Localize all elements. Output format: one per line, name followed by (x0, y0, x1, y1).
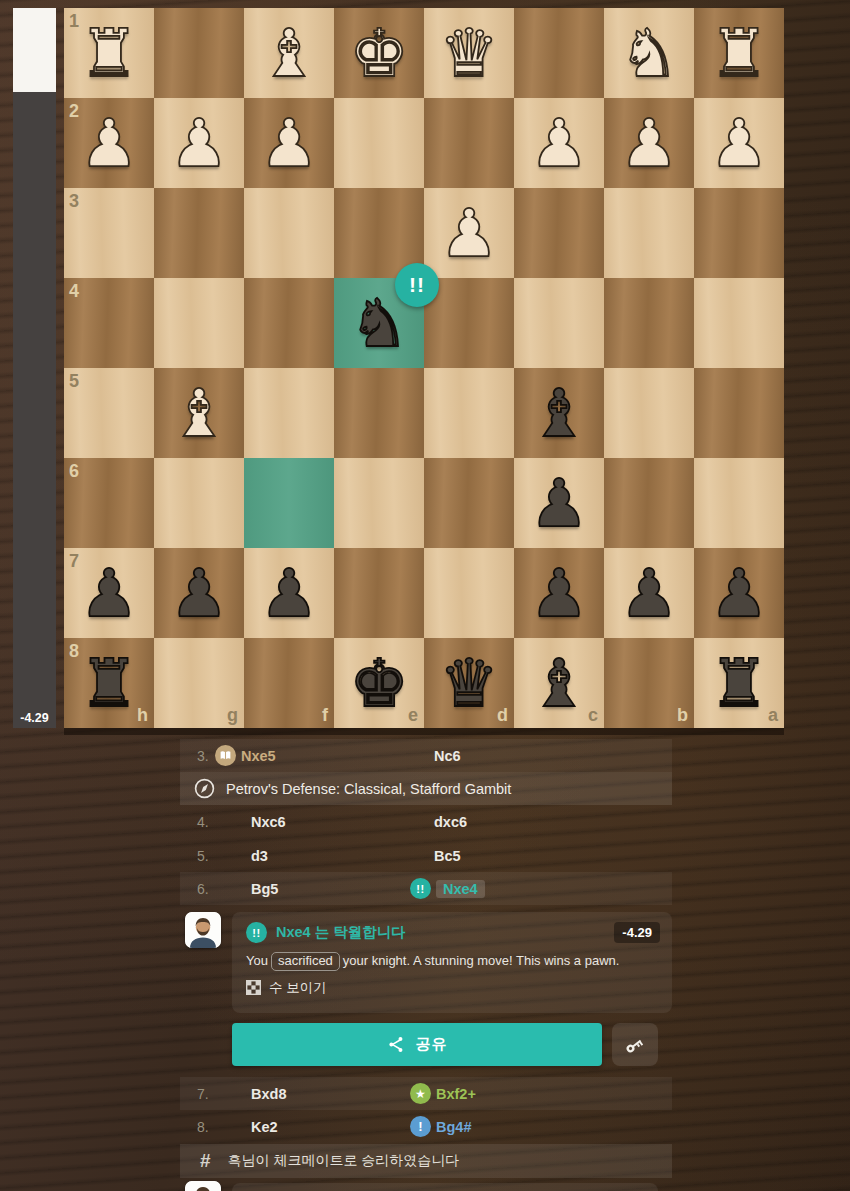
san-text: dxc6 (434, 814, 467, 830)
square-h4[interactable]: 4 (64, 278, 154, 368)
rank-label-3: 3 (69, 192, 79, 210)
black-move-Bg4#[interactable]: !Bg4# (410, 1116, 672, 1137)
san-text: Bg4# (436, 1119, 471, 1135)
square-c3[interactable] (514, 188, 604, 278)
square-f4[interactable] (244, 278, 334, 368)
san-text: Bc5 (434, 848, 461, 864)
next-comment-card-partial (232, 1183, 658, 1191)
brilliant-move-badge: !! (395, 263, 439, 307)
square-e2[interactable] (334, 98, 424, 188)
checkmate-hash-icon: # (200, 1150, 211, 1172)
square-b6[interactable] (604, 458, 694, 548)
white-move-Ke2[interactable]: Ke2 (215, 1119, 410, 1135)
san-text: Nxe4 (436, 880, 485, 898)
white-queen: ♛ (424, 8, 514, 98)
square-h2[interactable]: 2♟ (64, 98, 154, 188)
square-f1[interactable]: ♝ (244, 8, 334, 98)
move-number: 6. (180, 881, 215, 897)
rank-label-6: 6 (69, 462, 79, 480)
square-d2[interactable] (424, 98, 514, 188)
square-g3[interactable] (154, 188, 244, 278)
square-h7[interactable]: 7♟ (64, 548, 154, 638)
square-g5[interactable]: ♝ (154, 368, 244, 458)
evaluation-score: -4.29 (13, 711, 56, 725)
white-bishop: ♝ (244, 8, 334, 98)
black-move-Bxf2+[interactable]: ★Bxf2+ (410, 1083, 672, 1104)
rank-label-4: 4 (69, 282, 79, 300)
square-f2[interactable]: ♟ (244, 98, 334, 188)
square-b7[interactable]: ♟ (604, 548, 694, 638)
square-b5[interactable] (604, 368, 694, 458)
file-label-b: b (677, 706, 688, 724)
black-rook: ♜ (64, 638, 154, 728)
file-label-f: f (322, 706, 328, 724)
white-move-Bxd8[interactable]: Bxd8 (215, 1086, 410, 1102)
sacrificed-term[interactable]: sacrificed (271, 952, 340, 971)
square-a8[interactable]: a♜ (694, 638, 784, 728)
square-c1[interactable] (514, 8, 604, 98)
square-f8[interactable]: f (244, 638, 334, 728)
white-pawn: ♟ (154, 98, 244, 188)
board-bottom-edge (64, 728, 784, 735)
square-g6[interactable] (154, 458, 244, 548)
share-button[interactable]: 공유 (232, 1023, 602, 1066)
san-text: Nc6 (434, 748, 461, 764)
square-c2[interactable]: ♟ (514, 98, 604, 188)
key-icon (620, 1029, 651, 1060)
square-c8[interactable]: c♝ (514, 638, 604, 728)
comment-body: Yousacrificedyour knight. A stunning mov… (246, 952, 658, 971)
move-number: 4. (180, 814, 215, 830)
square-h8[interactable]: 8h♜ (64, 638, 154, 728)
square-g1[interactable] (154, 8, 244, 98)
white-knight: ♞ (604, 8, 694, 98)
move-number: 5. (180, 848, 215, 864)
square-h1[interactable]: 1♜ (64, 8, 154, 98)
square-d6[interactable] (424, 458, 514, 548)
black-pawn: ♟ (244, 548, 334, 638)
square-f6[interactable] (244, 458, 334, 548)
share-label: 공유 (416, 1035, 448, 1054)
move-number: 3. (180, 748, 215, 764)
square-b4[interactable] (604, 278, 694, 368)
move-row-7: 7.Bxd8★Bxf2+ (180, 1077, 672, 1110)
white-pawn: ♟ (604, 98, 694, 188)
square-b3[interactable] (604, 188, 694, 278)
square-e7[interactable] (334, 548, 424, 638)
square-d5[interactable] (424, 368, 514, 458)
square-a1[interactable]: ♜ (694, 8, 784, 98)
square-c5[interactable]: ♝ (514, 368, 604, 458)
white-move-d3[interactable]: d3 (215, 848, 410, 864)
comment-text-after: your knight. A stunning move! This wins … (343, 953, 620, 968)
square-a3[interactable] (694, 188, 784, 278)
san-text: Nxe5 (241, 748, 276, 764)
black-king: ♚ (334, 638, 424, 728)
square-h6[interactable]: 6 (64, 458, 154, 548)
white-move-Nxe5[interactable]: Nxe5 (215, 745, 410, 766)
square-e1[interactable]: ♚ (334, 8, 424, 98)
move-row-4: 4.Nxc6dxc6 (180, 805, 672, 838)
evaluation-bar-white-portion (13, 8, 56, 92)
game-result-text: 흑님이 체크메이트로 승리하였습니다 (228, 1152, 460, 1170)
square-g4[interactable] (154, 278, 244, 368)
black-pawn: ♟ (154, 548, 244, 638)
white-pawn: ♟ (514, 98, 604, 188)
black-move-dxc6[interactable]: dxc6 (410, 814, 672, 830)
great-icon: ! (410, 1116, 431, 1137)
square-a5[interactable] (694, 368, 784, 458)
square-g8[interactable]: g (154, 638, 244, 728)
key-button[interactable] (612, 1023, 658, 1066)
black-move-Nc6[interactable]: Nc6 (410, 748, 672, 764)
square-c7[interactable]: ♟ (514, 548, 604, 638)
coach-avatar-partial (185, 1181, 221, 1191)
square-d3[interactable]: ♟ (424, 188, 514, 278)
rank-label-5: 5 (69, 372, 79, 390)
black-pawn: ♟ (694, 548, 784, 638)
compass-icon (193, 777, 216, 800)
opening-name: Petrov's Defense: Classical, Stafford Ga… (226, 781, 511, 797)
black-rook: ♜ (694, 638, 784, 728)
san-text: Bg5 (251, 881, 278, 897)
brilliant-icon: !! (410, 878, 431, 899)
brilliant-badge-icon: !! (246, 922, 267, 943)
move-number: 7. (180, 1086, 215, 1102)
square-h5[interactable]: 5 (64, 368, 154, 458)
san-text: d3 (251, 848, 268, 864)
show-moves-link[interactable]: 수 보이기 (246, 979, 658, 997)
white-rook: ♜ (64, 8, 154, 98)
move-row-3: 3.Nxe5Nc6 (180, 739, 672, 772)
move-row-5: 5.d3Bc5 (180, 839, 672, 872)
square-c4[interactable] (514, 278, 604, 368)
file-label-g: g (227, 706, 238, 724)
coach-comment-card: !! Nxe4 는 탁월합니다 -4.29 Yousacrificedyour … (232, 912, 672, 1013)
evaluation-bar: -4.29 (13, 8, 56, 728)
square-g7[interactable]: ♟ (154, 548, 244, 638)
white-bishop: ♝ (154, 368, 244, 458)
black-pawn: ♟ (604, 548, 694, 638)
black-pawn: ♟ (514, 458, 604, 548)
game-result-row: # 흑님이 체크메이트로 승리하였습니다 (180, 1144, 672, 1178)
square-a2[interactable]: ♟ (694, 98, 784, 188)
square-d7[interactable] (424, 548, 514, 638)
white-king: ♚ (334, 8, 424, 98)
share-icon (387, 1035, 406, 1054)
san-text: Nxc6 (251, 814, 286, 830)
white-move-Bg5[interactable]: Bg5 (215, 881, 410, 897)
square-b1[interactable]: ♞ (604, 8, 694, 98)
comment-title: Nxe4 는 탁월합니다 (276, 923, 406, 942)
move-row-8: 8.Ke2!Bg4# (180, 1110, 672, 1143)
square-e5[interactable] (334, 368, 424, 458)
comment-eval-badge: -4.29 (614, 922, 660, 943)
white-pawn: ♟ (694, 98, 784, 188)
square-b8[interactable]: b (604, 638, 694, 728)
white-pawn: ♟ (64, 98, 154, 188)
black-bishop: ♝ (514, 368, 604, 458)
black-pawn: ♟ (514, 548, 604, 638)
show-moves-label: 수 보이기 (269, 979, 327, 997)
square-a4[interactable] (694, 278, 784, 368)
square-g2[interactable]: ♟ (154, 98, 244, 188)
san-text: Bxf2+ (436, 1086, 476, 1102)
square-f7[interactable]: ♟ (244, 548, 334, 638)
star-icon: ★ (410, 1083, 431, 1104)
black-bishop: ♝ (514, 638, 604, 728)
square-f3[interactable] (244, 188, 334, 278)
move-row-6: 6.Bg5!!Nxe4 (180, 872, 672, 905)
white-pawn: ♟ (244, 98, 334, 188)
move-number: 8. (180, 1119, 215, 1135)
square-a7[interactable]: ♟ (694, 548, 784, 638)
square-d1[interactable]: ♛ (424, 8, 514, 98)
coach-avatar (185, 912, 221, 948)
square-b2[interactable]: ♟ (604, 98, 694, 188)
san-text: Bxd8 (251, 1086, 286, 1102)
black-queen: ♛ (424, 638, 514, 728)
chess-board: 1♜♝♚♛♞♜2♟♟♟♟♟♟3♟4♞5♝♝6♟7♟♟♟♟♟♟8h♜gfe♚d♛c… (64, 8, 784, 728)
book-icon (215, 745, 236, 766)
black-pawn: ♟ (64, 548, 154, 638)
square-a6[interactable] (694, 458, 784, 548)
san-text: Ke2 (251, 1119, 278, 1135)
square-c6[interactable]: ♟ (514, 458, 604, 548)
black-move-Nxe4[interactable]: !!Nxe4 (410, 878, 672, 899)
game-review-screen: -4.29 1♜♝♚♛♞♜2♟♟♟♟♟♟3♟4♞5♝♝6♟7♟♟♟♟♟♟8h♜g… (0, 0, 850, 1191)
square-d8[interactable]: d♛ (424, 638, 514, 728)
square-h3[interactable]: 3 (64, 188, 154, 278)
square-e8[interactable]: e♚ (334, 638, 424, 728)
square-e6[interactable] (334, 458, 424, 548)
square-f5[interactable] (244, 368, 334, 458)
white-pawn: ♟ (424, 188, 514, 278)
white-rook: ♜ (694, 8, 784, 98)
comment-text: You (246, 953, 268, 968)
black-move-Bc5[interactable]: Bc5 (410, 848, 672, 864)
opening-row: Petrov's Defense: Classical, Stafford Ga… (180, 772, 672, 805)
mini-board-icon (246, 980, 261, 995)
white-move-Nxc6[interactable]: Nxc6 (215, 814, 410, 830)
